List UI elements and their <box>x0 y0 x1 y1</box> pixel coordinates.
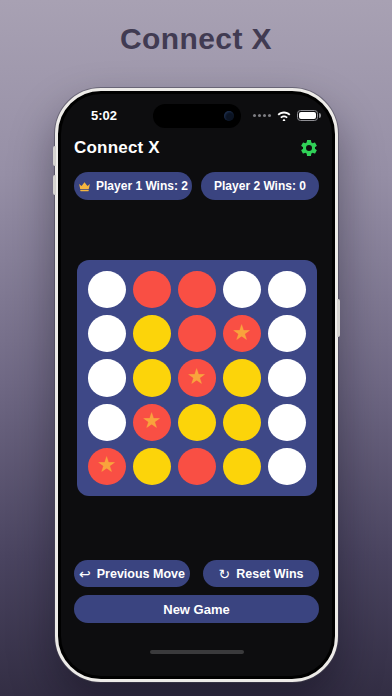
game-board: ★★★★ <box>77 260 317 496</box>
status-icons <box>253 109 318 121</box>
iphone-mockup: 5:02 Connect X <box>55 88 338 682</box>
status-bar: 5:02 <box>61 104 332 128</box>
phone-screen: 5:02 Connect X <box>61 94 332 676</box>
board-cell-r1c2[interactable] <box>133 271 171 308</box>
board-cell-r1c1[interactable] <box>88 271 126 308</box>
board-cell-r4c2[interactable]: ★ <box>133 404 171 441</box>
app-header: Connect X <box>61 136 332 160</box>
board-cell-r5c4[interactable] <box>223 448 261 485</box>
reset-arrow-icon: ↻ <box>218 566 230 582</box>
home-indicator[interactable] <box>150 650 244 654</box>
reset-wins-label: Reset Wins <box>236 567 303 581</box>
board-cell-r2c3[interactable] <box>178 315 216 352</box>
undo-arrow-icon: ↩ <box>79 566 91 582</box>
power-button <box>337 299 340 337</box>
previous-move-label: Previous Move <box>97 567 185 581</box>
new-game-label: New Game <box>163 602 229 617</box>
settings-gear-icon[interactable] <box>299 138 319 158</box>
board-cell-r5c5[interactable] <box>268 448 306 485</box>
board-cell-r5c2[interactable] <box>133 448 171 485</box>
board-cell-r3c3[interactable]: ★ <box>178 359 216 396</box>
board-cell-r5c3[interactable] <box>178 448 216 485</box>
board-cell-r4c4[interactable] <box>223 404 261 441</box>
previous-move-button[interactable]: ↩ Previous Move <box>74 560 190 587</box>
board-cell-r2c5[interactable] <box>268 315 306 352</box>
board-cell-r2c4[interactable]: ★ <box>223 315 261 352</box>
winning-star-icon: ★ <box>232 322 252 344</box>
winning-star-icon: ★ <box>97 454 117 476</box>
reset-wins-button[interactable]: ↻ Reset Wins <box>203 560 319 587</box>
board-cell-r2c1[interactable] <box>88 315 126 352</box>
player1-wins-button[interactable]: Player 1 Wins: 2 <box>74 172 192 200</box>
status-time: 5:02 <box>91 108 117 123</box>
board-cell-r1c4[interactable] <box>223 271 261 308</box>
crown-icon <box>78 180 91 193</box>
board-cell-r4c5[interactable] <box>268 404 306 441</box>
board-cell-r3c1[interactable] <box>88 359 126 396</box>
winning-star-icon: ★ <box>187 366 207 388</box>
board-cell-r3c2[interactable] <box>133 359 171 396</box>
new-game-button[interactable]: New Game <box>74 595 319 623</box>
board-cell-r1c3[interactable] <box>178 271 216 308</box>
board-cell-r3c5[interactable] <box>268 359 306 396</box>
board-cell-r3c4[interactable] <box>223 359 261 396</box>
camera-dot <box>224 111 234 121</box>
wifi-icon <box>276 109 292 121</box>
volume-up-button <box>53 146 56 166</box>
dynamic-island <box>153 104 241 128</box>
player2-wins-label: Player 2 Wins: 0 <box>214 179 306 193</box>
page-background: Connect X 5:02 <box>0 0 392 696</box>
board-cell-r4c3[interactable] <box>178 404 216 441</box>
board-cell-r5c1[interactable]: ★ <box>88 448 126 485</box>
battery-icon <box>297 110 318 121</box>
player1-wins-label: Player 1 Wins: 2 <box>96 179 188 193</box>
board-cell-r2c2[interactable] <box>133 315 171 352</box>
scoreboard: Player 1 Wins: 2 Player 2 Wins: 0 <box>61 172 332 200</box>
winning-star-icon: ★ <box>142 410 162 432</box>
board-cell-r4c1[interactable] <box>88 404 126 441</box>
player2-wins-button[interactable]: Player 2 Wins: 0 <box>201 172 319 200</box>
action-buttons: ↩ Previous Move ↻ Reset Wins <box>61 560 332 587</box>
board-cell-r1c5[interactable] <box>268 271 306 308</box>
app-title: Connect X <box>74 138 160 158</box>
volume-down-button <box>53 175 56 195</box>
page-title: Connect X <box>0 22 392 56</box>
cellular-signal-icon <box>253 114 271 117</box>
